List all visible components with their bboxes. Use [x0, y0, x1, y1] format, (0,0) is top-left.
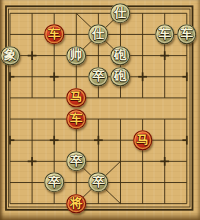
piece-red-horse[interactable]: 马	[66, 88, 86, 108]
piece-black-advisor[interactable]: 仕	[111, 3, 131, 23]
xiangqi-board: 仕车仕车车象帅砲卒砲马车马卒卒卒将	[0, 0, 200, 220]
board-point[interactable]	[132, 151, 154, 172]
board-point[interactable]: 砲	[109, 66, 131, 87]
piece-black-chariot[interactable]: 车	[155, 25, 175, 45]
board-point[interactable]: 砲	[109, 45, 131, 66]
board-point[interactable]	[21, 87, 43, 108]
piece-black-advisor[interactable]: 仕	[89, 25, 109, 45]
board-point[interactable]	[0, 172, 21, 193]
board-point[interactable]	[0, 24, 21, 45]
board-point[interactable]	[43, 151, 65, 172]
board-point[interactable]	[176, 87, 198, 108]
board-point[interactable]	[43, 45, 65, 66]
piece-black-cannon[interactable]: 砲	[111, 67, 131, 87]
board-point[interactable]	[132, 66, 154, 87]
piece-black-soldier[interactable]: 卒	[89, 67, 109, 87]
board-point[interactable]	[132, 3, 154, 24]
board-point[interactable]	[21, 151, 43, 172]
board-point[interactable]	[43, 193, 65, 214]
board-point[interactable]	[154, 45, 176, 66]
board-point[interactable]	[21, 24, 43, 45]
board-point[interactable]	[87, 130, 109, 151]
piece-red-chariot[interactable]: 车	[66, 109, 86, 129]
board-point[interactable]	[87, 151, 109, 172]
board-point[interactable]	[0, 193, 21, 214]
board-point[interactable]: 仕	[109, 3, 131, 24]
board-point[interactable]	[154, 87, 176, 108]
board-point[interactable]	[65, 3, 87, 24]
board-point[interactable]	[21, 3, 43, 24]
board-point[interactable]	[109, 87, 131, 108]
board-point[interactable]	[65, 66, 87, 87]
board-point[interactable]	[109, 193, 131, 214]
board-point[interactable]	[43, 108, 65, 129]
board-point[interactable]: 卒	[65, 151, 87, 172]
board-point[interactable]	[176, 151, 198, 172]
board-point[interactable]	[154, 172, 176, 193]
board-point[interactable]	[87, 87, 109, 108]
board-point[interactable]: 马	[65, 87, 87, 108]
board-point[interactable]	[154, 108, 176, 129]
board-point[interactable]	[21, 66, 43, 87]
board-point[interactable]	[0, 151, 21, 172]
board-point[interactable]	[176, 45, 198, 66]
board-point[interactable]	[109, 24, 131, 45]
board-point[interactable]	[21, 108, 43, 129]
board-point[interactable]	[154, 130, 176, 151]
board-point[interactable]: 将	[65, 193, 87, 214]
board-point[interactable]	[176, 193, 198, 214]
board-point[interactable]: 卒	[43, 172, 65, 193]
board-point[interactable]	[176, 66, 198, 87]
board-point[interactable]: 车	[65, 108, 87, 129]
board-point[interactable]	[21, 193, 43, 214]
board-point[interactable]	[176, 172, 198, 193]
piece-black-soldier[interactable]: 卒	[66, 151, 86, 171]
board-point[interactable]: 马	[132, 130, 154, 151]
board-point[interactable]	[109, 172, 131, 193]
board-point[interactable]: 象	[0, 45, 21, 66]
board-point[interactable]	[109, 130, 131, 151]
board-point[interactable]	[132, 87, 154, 108]
board-point[interactable]	[154, 193, 176, 214]
board-point[interactable]	[21, 172, 43, 193]
board-point[interactable]	[132, 108, 154, 129]
board-point[interactable]	[65, 24, 87, 45]
piece-red-horse[interactable]: 马	[133, 130, 153, 150]
board-point[interactable]	[0, 66, 21, 87]
board-point[interactable]	[65, 130, 87, 151]
board-point[interactable]	[154, 3, 176, 24]
board-point[interactable]	[176, 108, 198, 129]
board-point[interactable]: 卒	[87, 172, 109, 193]
board-point[interactable]	[176, 3, 198, 24]
board-point[interactable]	[132, 24, 154, 45]
board-point[interactable]: 帅	[65, 45, 87, 66]
board-grid: 仕车仕车车象帅砲卒砲马车马卒卒卒将	[0, 3, 198, 215]
board-point[interactable]	[65, 172, 87, 193]
board-point[interactable]	[132, 45, 154, 66]
piece-black-chariot[interactable]: 车	[177, 25, 197, 45]
board-point[interactable]	[0, 108, 21, 129]
board-point[interactable]	[43, 66, 65, 87]
piece-black-elephant[interactable]: 象	[0, 46, 20, 66]
piece-black-soldier[interactable]: 卒	[89, 173, 109, 193]
piece-black-soldier[interactable]: 卒	[44, 173, 64, 193]
board-point[interactable]: 卒	[87, 66, 109, 87]
board-point[interactable]	[43, 3, 65, 24]
piece-red-chariot[interactable]: 车	[44, 25, 64, 45]
board-point[interactable]	[87, 3, 109, 24]
board-point[interactable]	[132, 172, 154, 193]
board-point[interactable]	[109, 151, 131, 172]
board-point[interactable]	[0, 130, 21, 151]
board-point[interactable]	[176, 130, 198, 151]
board-point[interactable]	[154, 151, 176, 172]
board-point[interactable]	[0, 87, 21, 108]
board-point[interactable]	[0, 3, 21, 24]
board-point[interactable]	[154, 66, 176, 87]
piece-black-cannon[interactable]: 砲	[111, 46, 131, 66]
board-point[interactable]	[43, 130, 65, 151]
board-point[interactable]: 车	[43, 24, 65, 45]
board-point[interactable]	[87, 108, 109, 129]
board-point[interactable]: 车	[176, 24, 198, 45]
board-point[interactable]	[21, 130, 43, 151]
board-point[interactable]: 仕	[87, 24, 109, 45]
piece-red-general[interactable]: 将	[66, 194, 86, 214]
board-point[interactable]	[87, 193, 109, 214]
board-point[interactable]: 车	[154, 24, 176, 45]
board-point[interactable]	[87, 45, 109, 66]
board-point[interactable]	[132, 193, 154, 214]
piece-black-general[interactable]: 帅	[66, 46, 86, 66]
board-point[interactable]	[43, 87, 65, 108]
board-point[interactable]	[21, 45, 43, 66]
board-point[interactable]	[109, 108, 131, 129]
